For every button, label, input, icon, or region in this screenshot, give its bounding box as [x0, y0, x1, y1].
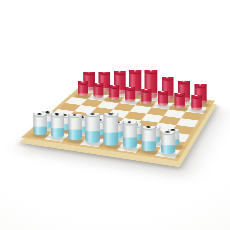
- bishop-icon: ♝: [118, 70, 122, 73]
- piece-top-disc: ♟: [174, 90, 185, 96]
- piece-top-disc: ♝: [161, 74, 173, 80]
- square-f5[interactable]: [141, 114, 163, 123]
- piece-top-disc: ♜: [83, 69, 95, 75]
- piece-top-disc: ♟: [141, 86, 151, 92]
- piece-top-disc: ♟: [93, 80, 103, 86]
- pawn-icon: ♟: [194, 94, 198, 97]
- pawn-icon: ♟: [177, 92, 181, 95]
- piece-top-disc: ♝: [113, 69, 125, 75]
- pawn-icon: ♟: [128, 86, 132, 89]
- piece-top-disc: ♟: [125, 84, 135, 90]
- piece-top-disc: ♚: [144, 68, 157, 74]
- piece-top-disc: ♜: [194, 82, 206, 88]
- pawn-icon: ♟: [96, 82, 100, 85]
- rook-icon: ♜: [87, 70, 91, 73]
- piece-top-disc: ♛: [85, 109, 100, 116]
- pawn-icon: ♟: [161, 90, 165, 93]
- piece-cylinder: ♚: [103, 113, 118, 146]
- queen-icon: ♛: [133, 69, 137, 72]
- piece-cylinder: ♝: [68, 114, 82, 141]
- piece-cylinder: ♛: [85, 113, 100, 143]
- knight-icon: ♞: [182, 79, 186, 82]
- king-icon: ♚: [108, 110, 115, 116]
- chess-board: ♜♞♝♛♚♝♞♜♟♟♟♟♟♟♟♟♟♟♟♟♟♟♟♟♜♞♝♛♚♝♞♜: [21, 85, 215, 162]
- rook-icon: ♜: [198, 83, 202, 86]
- piece-top-disc: ♟: [109, 82, 119, 88]
- piece-top-disc: ♟: [191, 92, 202, 98]
- bishop-icon: ♝: [71, 111, 78, 117]
- piece-top-disc: ♛: [129, 68, 142, 74]
- knight-icon: ♞: [54, 111, 61, 117]
- piece-cylinder: ♞: [141, 126, 155, 151]
- scene-background: ♜♞♝♛♚♝♞♜♟♟♟♟♟♟♟♟♟♟♟♟♟♟♟♟♜♞♝♛♚♝♞♜: [0, 0, 230, 230]
- pawn-icon: ♟: [144, 88, 148, 91]
- bishop-icon: ♝: [165, 75, 169, 78]
- pawn-icon: ♟: [112, 84, 116, 87]
- piece-cylinder: ♜: [160, 131, 175, 154]
- piece-top-disc: ♚: [103, 110, 118, 117]
- pawn-icon: ♟: [81, 80, 85, 83]
- knight-icon: ♞: [102, 70, 106, 73]
- piece-top-disc: ♟: [77, 79, 87, 85]
- queen-icon: ♛: [89, 110, 96, 116]
- piece-cylinder: ♞: [50, 113, 64, 137]
- piece-top-disc: ♞: [177, 78, 189, 84]
- square-g5[interactable]: [159, 116, 181, 125]
- piece-top-disc: ♟: [157, 88, 168, 94]
- king-icon: ♚: [149, 69, 153, 72]
- piece-cylinder: ♝: [122, 121, 136, 148]
- piece-top-disc: ♝: [68, 110, 82, 117]
- square-h5[interactable]: [176, 118, 198, 127]
- piece-cylinder: ♜: [33, 113, 47, 135]
- piece-top-disc: ♞: [98, 69, 110, 75]
